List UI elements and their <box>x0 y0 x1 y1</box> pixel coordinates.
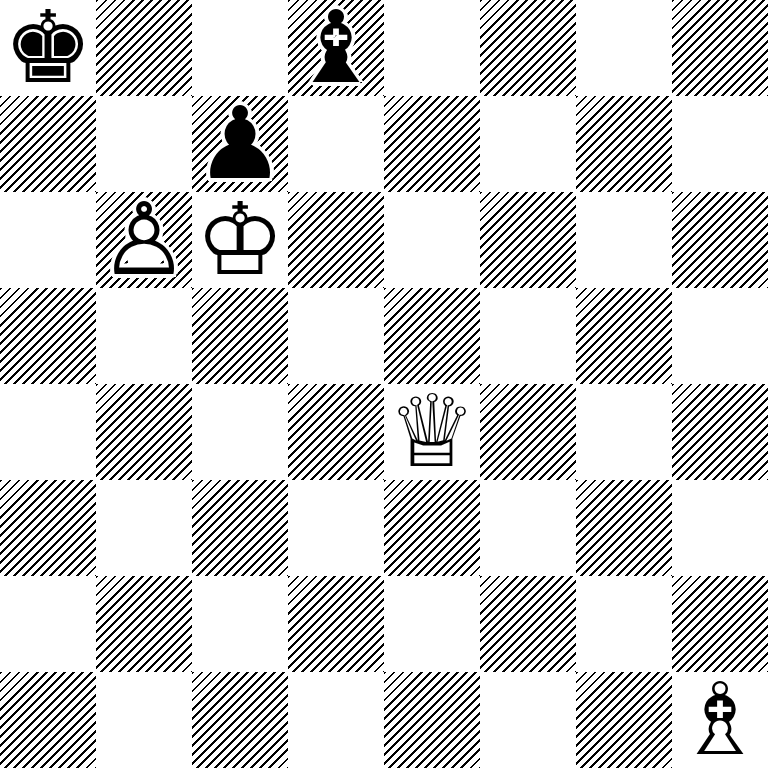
square-b1[interactable] <box>96 672 192 768</box>
square-g6[interactable] <box>576 192 672 288</box>
square-b8[interactable] <box>96 0 192 96</box>
chess-board: ♚♝♟♙♔♕♗ <box>0 0 768 768</box>
white-queen: ♕ <box>387 384 477 480</box>
square-a5[interactable] <box>0 288 96 384</box>
square-h3[interactable] <box>672 480 768 576</box>
square-h1[interactable]: ♗ <box>672 672 768 768</box>
white-bishop: ♗ <box>675 672 765 768</box>
square-h6[interactable] <box>672 192 768 288</box>
square-h2[interactable] <box>672 576 768 672</box>
square-d6[interactable] <box>288 192 384 288</box>
square-d7[interactable] <box>288 96 384 192</box>
square-d1[interactable] <box>288 672 384 768</box>
square-g5[interactable] <box>576 288 672 384</box>
square-g2[interactable] <box>576 576 672 672</box>
square-e3[interactable] <box>384 480 480 576</box>
square-h7[interactable] <box>672 96 768 192</box>
square-c6[interactable]: ♔ <box>192 192 288 288</box>
white-pawn: ♙ <box>99 192 189 288</box>
square-h4[interactable] <box>672 384 768 480</box>
square-b6[interactable]: ♙ <box>96 192 192 288</box>
square-g1[interactable] <box>576 672 672 768</box>
square-f6[interactable] <box>480 192 576 288</box>
square-g4[interactable] <box>576 384 672 480</box>
square-d8[interactable]: ♝ <box>288 0 384 96</box>
square-f4[interactable] <box>480 384 576 480</box>
square-g3[interactable] <box>576 480 672 576</box>
square-b7[interactable] <box>96 96 192 192</box>
square-c2[interactable] <box>192 576 288 672</box>
square-h8[interactable] <box>672 0 768 96</box>
square-e2[interactable] <box>384 576 480 672</box>
square-a8[interactable]: ♚ <box>0 0 96 96</box>
square-d5[interactable] <box>288 288 384 384</box>
square-b2[interactable] <box>96 576 192 672</box>
black-bishop: ♝ <box>291 0 381 96</box>
square-f2[interactable] <box>480 576 576 672</box>
square-e5[interactable] <box>384 288 480 384</box>
square-a1[interactable] <box>0 672 96 768</box>
square-e1[interactable] <box>384 672 480 768</box>
square-e8[interactable] <box>384 0 480 96</box>
square-c1[interactable] <box>192 672 288 768</box>
square-h5[interactable] <box>672 288 768 384</box>
square-d4[interactable] <box>288 384 384 480</box>
black-pawn: ♟ <box>195 96 285 192</box>
square-d2[interactable] <box>288 576 384 672</box>
square-f7[interactable] <box>480 96 576 192</box>
square-a6[interactable] <box>0 192 96 288</box>
square-g8[interactable] <box>576 0 672 96</box>
square-c5[interactable] <box>192 288 288 384</box>
square-c8[interactable] <box>192 0 288 96</box>
square-f5[interactable] <box>480 288 576 384</box>
square-e4[interactable]: ♕ <box>384 384 480 480</box>
square-e6[interactable] <box>384 192 480 288</box>
square-a4[interactable] <box>0 384 96 480</box>
square-f8[interactable] <box>480 0 576 96</box>
square-a2[interactable] <box>0 576 96 672</box>
square-a3[interactable] <box>0 480 96 576</box>
square-b4[interactable] <box>96 384 192 480</box>
square-b5[interactable] <box>96 288 192 384</box>
square-c3[interactable] <box>192 480 288 576</box>
square-c7[interactable]: ♟ <box>192 96 288 192</box>
square-f1[interactable] <box>480 672 576 768</box>
black-king: ♚ <box>3 0 93 96</box>
square-c4[interactable] <box>192 384 288 480</box>
square-e7[interactable] <box>384 96 480 192</box>
square-b3[interactable] <box>96 480 192 576</box>
square-d3[interactable] <box>288 480 384 576</box>
white-king: ♔ <box>195 192 285 288</box>
square-a7[interactable] <box>0 96 96 192</box>
square-g7[interactable] <box>576 96 672 192</box>
square-f3[interactable] <box>480 480 576 576</box>
